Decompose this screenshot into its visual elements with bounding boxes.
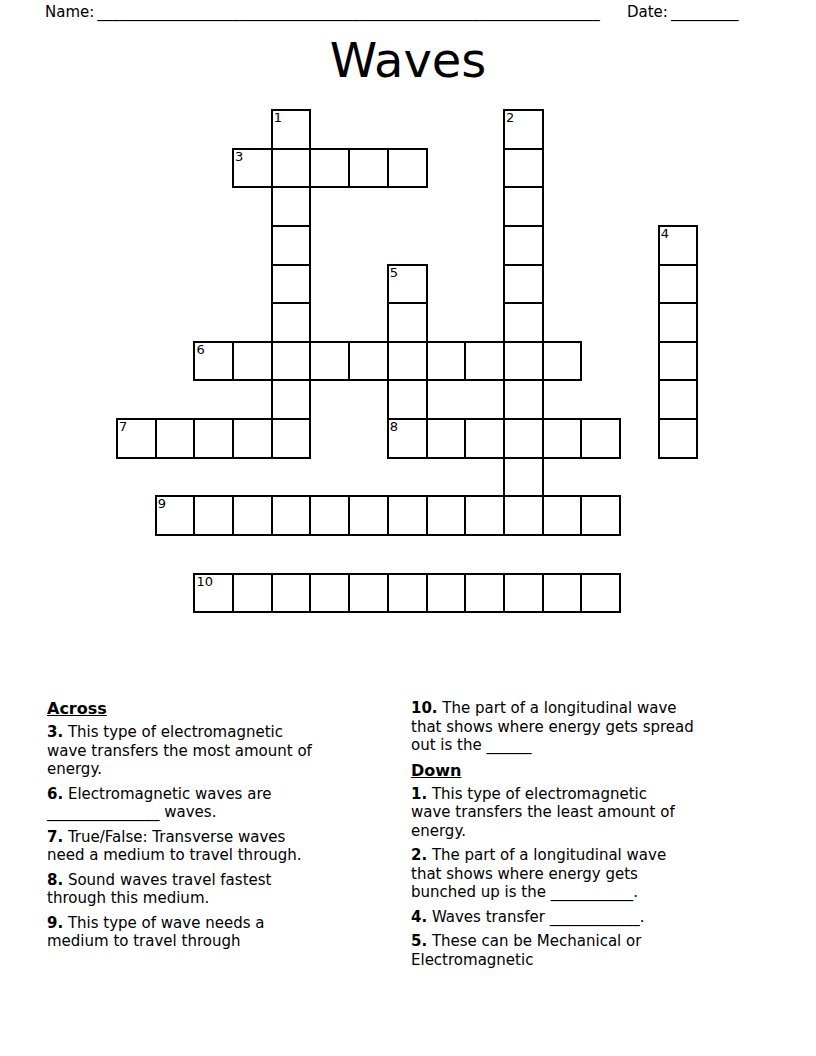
crossword-cell-r8c4[interactable] [271, 418, 312, 459]
crossword-cell-r6c8[interactable] [426, 341, 467, 382]
crossword-cell-r2c4[interactable] [271, 186, 312, 227]
crossword-cell-r12c12[interactable] [580, 573, 621, 614]
crossword-cell-r1c7[interactable] [387, 148, 428, 189]
crossword-cell-r5c7[interactable] [387, 302, 428, 343]
clue-number: 3. [47, 723, 63, 741]
crossword-cell-r10c7[interactable] [387, 495, 428, 536]
clue-across-3: 3. This type of electromagneticwave tran… [47, 723, 399, 779]
clue-number: 1. [411, 785, 427, 803]
crossword-cell-r6c10[interactable] [503, 341, 544, 382]
clue-number: 2. [411, 846, 427, 864]
crossword-cell-r1c10[interactable] [503, 148, 544, 189]
crossword-cell-r1c6[interactable] [348, 148, 389, 189]
clue-across-9: 9. This type of wave needs amedium to tr… [47, 914, 399, 951]
crossword-cell-r8c1[interactable] [155, 418, 196, 459]
crossword-cell-r12c5[interactable] [309, 573, 350, 614]
crossword-cell-r8c2[interactable] [193, 418, 234, 459]
crossword-cell-r6c2[interactable]: 6 [193, 341, 234, 382]
crossword-cell-r10c1[interactable]: 9 [155, 495, 196, 536]
crossword-cell-r5c14[interactable] [658, 302, 699, 343]
clue-across-10: 10. The part of a longitudinal wavethat … [411, 699, 777, 755]
date-label: Date: [627, 3, 668, 21]
cell-number: 2 [506, 111, 514, 125]
name-blank-line[interactable]: ________________________________________… [97, 3, 600, 21]
clue-down-5: 5. These can be Mechanical orElectromagn… [411, 932, 777, 969]
crossword-cell-r8c0[interactable]: 7 [116, 418, 157, 459]
crossword-cell-r4c7[interactable]: 5 [387, 264, 428, 305]
crossword-cell-r12c7[interactable] [387, 573, 428, 614]
crossword-cell-r0c10[interactable]: 2 [503, 109, 544, 150]
crossword-cell-r4c4[interactable] [271, 264, 312, 305]
crossword-cell-r7c4[interactable] [271, 379, 312, 420]
cell-number: 1 [274, 111, 282, 125]
clue-down-4: 4. Waves transfer ____________. [411, 908, 777, 927]
cell-number: 7 [119, 420, 127, 434]
crossword-cell-r8c7[interactable]: 8 [387, 418, 428, 459]
clue-number: 9. [47, 914, 63, 932]
name-row: Name:___________________________________… [45, 3, 600, 21]
down-clues-section: 10. The part of a longitudinal wavethat … [411, 699, 777, 975]
cell-number: 3 [235, 150, 243, 164]
crossword-cell-r1c5[interactable] [309, 148, 350, 189]
cell-number: 10 [196, 575, 213, 589]
crossword-cell-r1c4[interactable] [271, 148, 312, 189]
across-heading: Across [47, 699, 399, 718]
down-heading: Down [411, 761, 777, 780]
crossword-cell-r6c11[interactable] [542, 341, 583, 382]
crossword-cell-r6c6[interactable] [348, 341, 389, 382]
crossword-cell-r6c14[interactable] [658, 341, 699, 382]
clue-across-7: 7. True/False: Transverse wavesneed a me… [47, 828, 399, 865]
crossword-cell-r12c11[interactable] [542, 573, 583, 614]
crossword-cell-r10c3[interactable] [232, 495, 273, 536]
crossword-cell-r3c10[interactable] [503, 225, 544, 266]
crossword-cell-r3c4[interactable] [271, 225, 312, 266]
crossword-cell-r12c6[interactable] [348, 573, 389, 614]
crossword-cell-r10c12[interactable] [580, 495, 621, 536]
crossword-cell-r12c8[interactable] [426, 573, 467, 614]
crossword-cell-r4c14[interactable] [658, 264, 699, 305]
crossword-cell-r10c9[interactable] [464, 495, 505, 536]
crossword-cell-r8c9[interactable] [464, 418, 505, 459]
crossword-grid: 12345678910 [117, 110, 697, 612]
clue-number: 10. [411, 699, 438, 717]
cell-number: 9 [158, 497, 166, 511]
clue-across-6: 6. Electromagnetic waves are____________… [47, 785, 399, 822]
crossword-cell-r10c10[interactable] [503, 495, 544, 536]
crossword-cell-r12c4[interactable] [271, 573, 312, 614]
date-row: Date:_________ [627, 3, 738, 21]
crossword-cell-r6c7[interactable] [387, 341, 428, 382]
crossword-cell-r12c2[interactable]: 10 [193, 573, 234, 614]
crossword-cell-r6c9[interactable] [464, 341, 505, 382]
crossword-cell-r9c10[interactable] [503, 457, 544, 498]
clue-number: 8. [47, 871, 63, 889]
across-clues-section: Across 3. This type of electromagneticwa… [47, 699, 399, 957]
crossword-cell-r5c4[interactable] [271, 302, 312, 343]
name-label: Name: [45, 3, 94, 21]
crossword-cell-r7c10[interactable] [503, 379, 544, 420]
crossword-cell-r12c10[interactable] [503, 573, 544, 614]
clue-down-1: 1. This type of electromagneticwave tran… [411, 785, 777, 841]
crossword-cell-r7c14[interactable] [658, 379, 699, 420]
crossword-cell-r6c3[interactable] [232, 341, 273, 382]
crossword-cell-r12c9[interactable] [464, 573, 505, 614]
across-clue-list: 3. This type of electromagneticwave tran… [47, 723, 399, 951]
crossword-cell-r0c4[interactable]: 1 [271, 109, 312, 150]
crossword-cell-r8c3[interactable] [232, 418, 273, 459]
crossword-cell-r2c10[interactable] [503, 186, 544, 227]
crossword-cell-r6c5[interactable] [309, 341, 350, 382]
crossword-cell-r1c3[interactable]: 3 [232, 148, 273, 189]
crossword-cell-r10c4[interactable] [271, 495, 312, 536]
crossword-cell-r8c12[interactable] [580, 418, 621, 459]
crossword-cell-r12c3[interactable] [232, 573, 273, 614]
cell-number: 5 [390, 266, 398, 280]
crossword-cell-r8c14[interactable] [658, 418, 699, 459]
crossword-cell-r3c14[interactable]: 4 [658, 225, 699, 266]
clue-number: 4. [411, 908, 427, 926]
clue-across-8: 8. Sound waves travel fastestthrough thi… [47, 871, 399, 908]
cell-number: 4 [661, 227, 669, 241]
clue-down-2: 2. The part of a longitudinal wavethat s… [411, 846, 777, 902]
crossword-cell-r8c11[interactable] [542, 418, 583, 459]
date-blank-line[interactable]: _________ [671, 3, 739, 21]
crossword-cell-r10c6[interactable] [348, 495, 389, 536]
crossword-cell-r6c4[interactable] [271, 341, 312, 382]
crossword-cell-r7c7[interactable] [387, 379, 428, 420]
crossword-cell-r10c5[interactable] [309, 495, 350, 536]
clue-number: 7. [47, 828, 63, 846]
crossword-cell-r10c8[interactable] [426, 495, 467, 536]
clue-number: 5. [411, 932, 427, 950]
crossword-cell-r5c10[interactable] [503, 302, 544, 343]
clue-number: 6. [47, 785, 63, 803]
cell-number: 6 [196, 343, 204, 357]
across-clue-list-continued: 10. The part of a longitudinal wavethat … [411, 699, 777, 755]
cell-number: 8 [390, 420, 398, 434]
crossword-cell-r10c11[interactable] [542, 495, 583, 536]
down-clue-list: 1. This type of electromagneticwave tran… [411, 785, 777, 970]
crossword-cell-r10c2[interactable] [193, 495, 234, 536]
page-title: Waves [0, 36, 816, 84]
crossword-cell-r8c8[interactable] [426, 418, 467, 459]
crossword-cell-r8c10[interactable] [503, 418, 544, 459]
crossword-cell-r4c10[interactable] [503, 264, 544, 305]
